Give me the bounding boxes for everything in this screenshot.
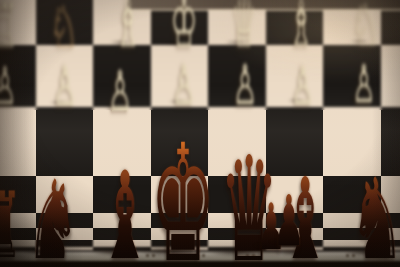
black-knight-g8: ♞ <box>26 166 80 267</box>
chess-photo-scene: ♖♘♗♔♕♗♘♙♙♙♙♙♙♙ ♜♞♝♚♛♝♞♟♟ <box>0 0 400 267</box>
black-pieces-layer: ♜♞♝♚♛♝♞♟♟ <box>0 0 400 267</box>
black-pawn-c7: ♟ <box>273 186 304 256</box>
black-rook-h8: ♜ <box>0 180 22 267</box>
black-king-e8: ♚ <box>150 123 215 267</box>
black-knight-b8: ♞ <box>349 163 400 267</box>
